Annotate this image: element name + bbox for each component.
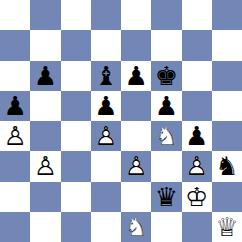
square-a3[interactable]: [0, 151, 30, 181]
white-queen-outline-icon: ♕: [212, 212, 242, 242]
square-d8[interactable]: [91, 0, 121, 30]
square-d2[interactable]: [91, 182, 121, 212]
square-h8[interactable]: [212, 0, 242, 30]
square-h6[interactable]: [212, 61, 242, 91]
white-queen: ♛: [212, 212, 242, 242]
black-queen: ♛: [151, 182, 181, 212]
white-pawn: ♟: [182, 151, 212, 181]
black-pawn: ♟: [30, 61, 60, 91]
square-f4[interactable]: ♞♘: [151, 121, 181, 151]
square-c8[interactable]: [61, 0, 91, 30]
square-c6[interactable]: [61, 61, 91, 91]
square-b7[interactable]: [30, 30, 60, 60]
white-pawn: ♟: [30, 151, 60, 181]
square-e2[interactable]: [121, 182, 151, 212]
square-a8[interactable]: [0, 0, 30, 30]
square-f1[interactable]: [151, 212, 181, 242]
square-c5[interactable]: [61, 91, 91, 121]
square-g8[interactable]: [182, 0, 212, 30]
black-king: ♚: [151, 61, 181, 91]
square-e6[interactable]: ♟: [121, 61, 151, 91]
square-c3[interactable]: [61, 151, 91, 181]
black-pawn: ♟: [0, 91, 30, 121]
black-pawn: ♟: [182, 121, 212, 151]
square-f5[interactable]: ♟: [151, 91, 181, 121]
square-g7[interactable]: [182, 30, 212, 60]
white-pawn-outline-icon: ♙: [30, 151, 60, 181]
square-d6[interactable]: ♝: [91, 61, 121, 91]
square-c2[interactable]: [61, 182, 91, 212]
black-pawn: ♟: [91, 91, 121, 121]
square-b6[interactable]: ♟: [30, 61, 60, 91]
white-knight-outline-icon: ♘: [151, 121, 181, 151]
black-knight: ♞: [212, 151, 242, 181]
white-pawn-outline-icon: ♙: [182, 151, 212, 181]
square-c4[interactable]: [61, 121, 91, 151]
chess-board: ♟♝♟♚♟♟♟♟♙♟♙♞♘♟♟♙♟♙♟♙♞♛♚♔♞♘♛♕: [0, 0, 242, 242]
square-e3[interactable]: ♟♙: [121, 151, 151, 181]
square-h1[interactable]: ♛♕: [212, 212, 242, 242]
square-e8[interactable]: [121, 0, 151, 30]
square-d1[interactable]: [91, 212, 121, 242]
square-f6[interactable]: ♚: [151, 61, 181, 91]
square-b8[interactable]: [30, 0, 60, 30]
square-d4[interactable]: ♟♙: [91, 121, 121, 151]
square-g4[interactable]: ♟: [182, 121, 212, 151]
square-f8[interactable]: [151, 0, 181, 30]
square-e4[interactable]: [121, 121, 151, 151]
black-pawn: ♟: [121, 61, 151, 91]
square-h3[interactable]: ♞: [212, 151, 242, 181]
square-g5[interactable]: [182, 91, 212, 121]
white-knight: ♞: [121, 212, 151, 242]
square-g3[interactable]: ♟♙: [182, 151, 212, 181]
square-f7[interactable]: [151, 30, 181, 60]
square-e1[interactable]: ♞♘: [121, 212, 151, 242]
square-h2[interactable]: [212, 182, 242, 212]
square-e5[interactable]: [121, 91, 151, 121]
square-a6[interactable]: [0, 61, 30, 91]
white-pawn-outline-icon: ♙: [121, 151, 151, 181]
square-h4[interactable]: [212, 121, 242, 151]
white-pawn: ♟: [0, 121, 30, 151]
square-g1[interactable]: [182, 212, 212, 242]
square-b2[interactable]: [30, 182, 60, 212]
square-f3[interactable]: [151, 151, 181, 181]
square-b1[interactable]: [30, 212, 60, 242]
white-king: ♚: [182, 182, 212, 212]
square-b5[interactable]: [30, 91, 60, 121]
white-pawn: ♟: [121, 151, 151, 181]
white-king-outline-icon: ♔: [182, 182, 212, 212]
black-pawn: ♟: [151, 91, 181, 121]
white-knight-outline-icon: ♘: [121, 212, 151, 242]
black-bishop: ♝: [91, 61, 121, 91]
white-pawn: ♟: [91, 121, 121, 151]
square-d3[interactable]: [91, 151, 121, 181]
square-b4[interactable]: [30, 121, 60, 151]
square-a5[interactable]: ♟: [0, 91, 30, 121]
square-a4[interactable]: ♟♙: [0, 121, 30, 151]
square-a1[interactable]: [0, 212, 30, 242]
square-g6[interactable]: [182, 61, 212, 91]
square-d7[interactable]: [91, 30, 121, 60]
square-c7[interactable]: [61, 30, 91, 60]
square-h5[interactable]: [212, 91, 242, 121]
square-d5[interactable]: ♟: [91, 91, 121, 121]
square-a2[interactable]: [0, 182, 30, 212]
square-h7[interactable]: [212, 30, 242, 60]
square-e7[interactable]: [121, 30, 151, 60]
square-g2[interactable]: ♚♔: [182, 182, 212, 212]
white-pawn-outline-icon: ♙: [0, 121, 30, 151]
square-a7[interactable]: [0, 30, 30, 60]
white-knight: ♞: [151, 121, 181, 151]
white-pawn-outline-icon: ♙: [91, 121, 121, 151]
square-c1[interactable]: [61, 212, 91, 242]
square-b3[interactable]: ♟♙: [30, 151, 60, 181]
square-f2[interactable]: ♛: [151, 182, 181, 212]
